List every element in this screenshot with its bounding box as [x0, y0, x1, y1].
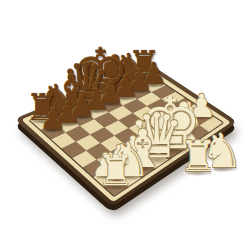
chess-set-photo: ♜♞♝♛♚♝♞♜♟♟♟♟♟♟♟♟♟♟♟♟♟♟♟♟♜♞♝♛♚♝♜♞	[0, 0, 250, 250]
chess-piece-dark-pawn[interactable]: ♟	[40, 105, 66, 135]
chess-piece-white-rook[interactable]: ♜	[97, 150, 134, 192]
chess-piece-white-rook-offboard[interactable]: ♜	[179, 136, 217, 178]
